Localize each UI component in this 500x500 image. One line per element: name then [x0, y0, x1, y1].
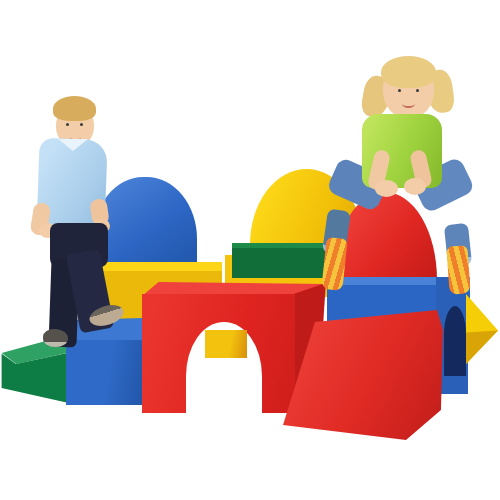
boy-left-shoe — [43, 329, 68, 347]
girl-figure — [318, 56, 473, 301]
green-center-block — [232, 243, 331, 278]
boy-figure — [28, 95, 148, 355]
soft-play-product-photo — [0, 0, 500, 500]
boy-right-eye — [80, 123, 83, 126]
boy-hair — [53, 96, 96, 121]
girl-right-striped-sock — [446, 245, 470, 294]
girl-right-eye — [416, 89, 419, 92]
girl-mouth — [402, 100, 415, 108]
blue-tunnel-arch-opening — [444, 306, 466, 376]
yellow-block-seen-through-arch — [205, 330, 247, 358]
boy-left-eye — [66, 123, 69, 126]
girl-right-hand — [404, 178, 426, 195]
girl-left-eye — [398, 89, 401, 92]
girl-bangs — [381, 56, 436, 88]
girl-left-hand — [375, 180, 398, 197]
girl-left-striped-sock — [321, 237, 347, 291]
